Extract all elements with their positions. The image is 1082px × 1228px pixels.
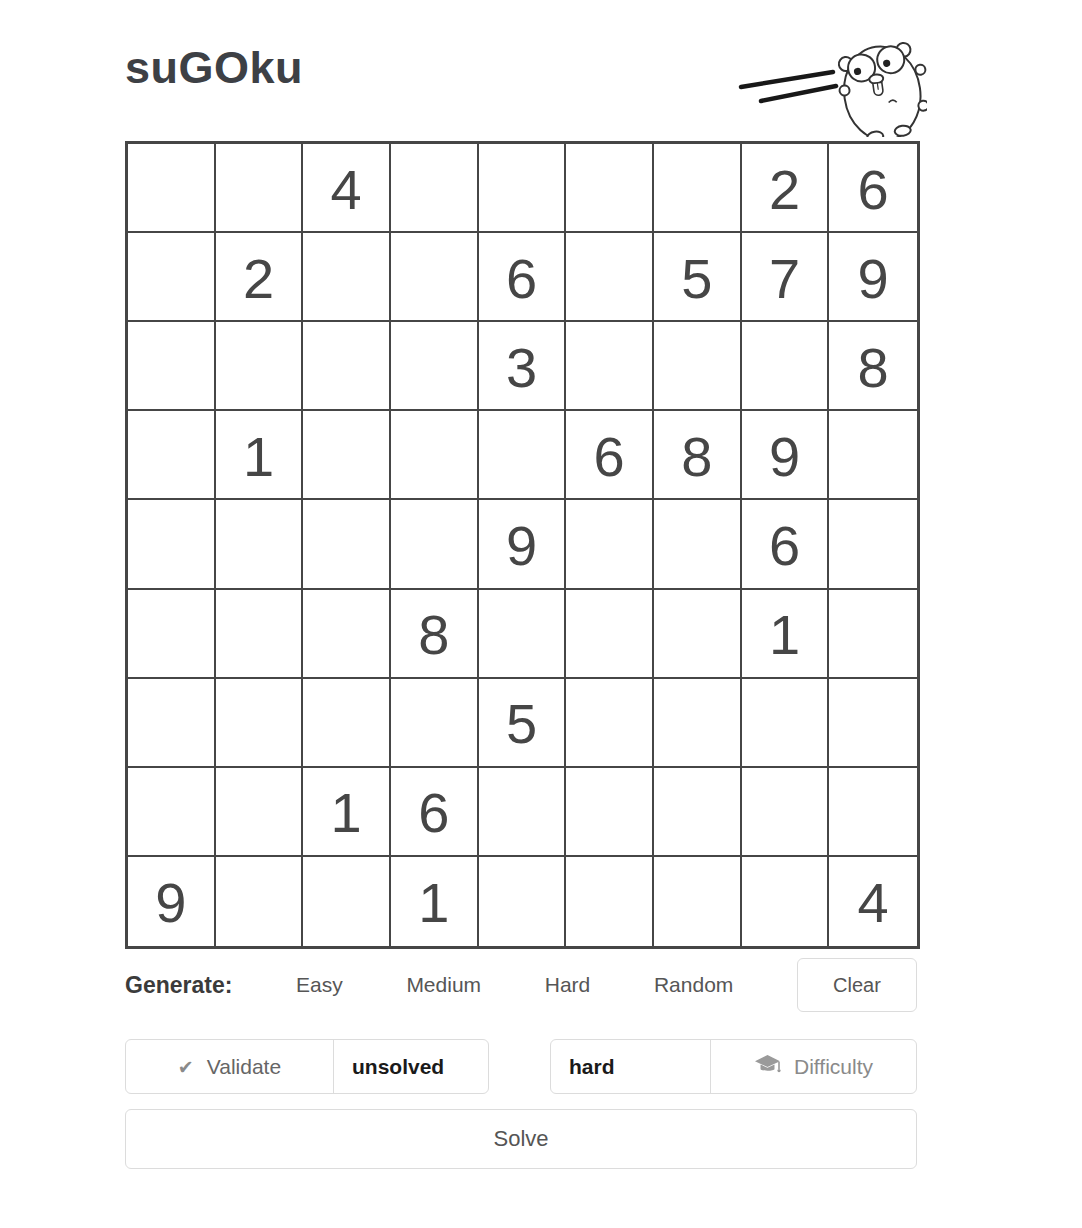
cell-r1c9[interactable]: 6 — [829, 144, 917, 233]
cell-r4c5[interactable] — [479, 411, 567, 500]
cell-r3c4[interactable] — [391, 322, 479, 411]
cell-r3c8[interactable] — [742, 322, 830, 411]
cell-r6c7[interactable] — [654, 590, 742, 679]
speed-lines-icon — [741, 72, 836, 101]
cell-r4c9[interactable] — [829, 411, 917, 500]
cell-r6c8[interactable]: 1 — [742, 590, 830, 679]
solve-status-value: unsolved — [333, 1040, 488, 1093]
cell-r2c3[interactable] — [303, 233, 391, 322]
cell-r3c9[interactable]: 8 — [829, 322, 917, 411]
validate-group: ✔ Validate unsolved — [125, 1039, 489, 1094]
validate-button[interactable]: ✔ Validate — [126, 1040, 333, 1093]
cell-r5c4[interactable] — [391, 500, 479, 589]
cell-r1c3[interactable]: 4 — [303, 144, 391, 233]
controls-row: ✔ Validate unsolved hard Difficulty — [125, 1039, 917, 1094]
cell-r3c7[interactable] — [654, 322, 742, 411]
cell-r1c6[interactable] — [566, 144, 654, 233]
generate-random-link[interactable]: Random — [654, 973, 733, 997]
cell-r8c3[interactable]: 1 — [303, 768, 391, 857]
cell-r2c1[interactable] — [128, 233, 216, 322]
cell-r8c6[interactable] — [566, 768, 654, 857]
cell-r5c9[interactable] — [829, 500, 917, 589]
generate-label: Generate: — [125, 972, 232, 999]
cell-r7c3[interactable] — [303, 679, 391, 768]
difficulty-button[interactable]: Difficulty — [710, 1040, 916, 1093]
cell-r8c5[interactable] — [479, 768, 567, 857]
solve-button[interactable]: Solve — [125, 1109, 917, 1169]
cell-r6c4[interactable]: 8 — [391, 590, 479, 679]
cell-r1c2[interactable] — [216, 144, 304, 233]
cell-r3c5[interactable]: 3 — [479, 322, 567, 411]
cell-r9c7[interactable] — [654, 857, 742, 946]
difficulty-label: Difficulty — [794, 1055, 873, 1079]
cell-r6c6[interactable] — [566, 590, 654, 679]
cell-r6c9[interactable] — [829, 590, 917, 679]
cell-r1c4[interactable] — [391, 144, 479, 233]
cell-r3c1[interactable] — [128, 322, 216, 411]
cell-r9c9[interactable]: 4 — [829, 857, 917, 946]
cell-r1c5[interactable] — [479, 144, 567, 233]
cell-r2c4[interactable] — [391, 233, 479, 322]
cell-r7c2[interactable] — [216, 679, 304, 768]
cell-r4c6[interactable]: 6 — [566, 411, 654, 500]
cell-r5c5[interactable]: 9 — [479, 500, 567, 589]
cell-r3c2[interactable] — [216, 322, 304, 411]
cell-r4c8[interactable]: 9 — [742, 411, 830, 500]
cell-r4c4[interactable] — [391, 411, 479, 500]
cell-r7c5[interactable]: 5 — [479, 679, 567, 768]
cell-r7c4[interactable] — [391, 679, 479, 768]
go-gopher-graphic — [737, 25, 927, 137]
cell-r1c1[interactable] — [128, 144, 216, 233]
cell-r9c1[interactable]: 9 — [128, 857, 216, 946]
validate-label: Validate — [207, 1055, 281, 1079]
cell-r4c1[interactable] — [128, 411, 216, 500]
cell-r8c2[interactable] — [216, 768, 304, 857]
cell-r7c1[interactable] — [128, 679, 216, 768]
cell-r8c4[interactable]: 6 — [391, 768, 479, 857]
cell-r8c8[interactable] — [742, 768, 830, 857]
cell-r8c9[interactable] — [829, 768, 917, 857]
cell-r9c8[interactable] — [742, 857, 830, 946]
cell-r4c3[interactable] — [303, 411, 391, 500]
sudoku-board: 426265793816899681516914 — [125, 141, 920, 949]
cell-r9c2[interactable] — [216, 857, 304, 946]
cell-r5c7[interactable] — [654, 500, 742, 589]
generate-medium-link[interactable]: Medium — [406, 973, 481, 997]
cell-r2c9[interactable]: 9 — [829, 233, 917, 322]
graduation-cap-icon — [754, 1054, 781, 1080]
cell-r6c2[interactable] — [216, 590, 304, 679]
cell-r2c8[interactable]: 7 — [742, 233, 830, 322]
cell-r4c2[interactable]: 1 — [216, 411, 304, 500]
cell-r9c3[interactable] — [303, 857, 391, 946]
cell-r2c5[interactable]: 6 — [479, 233, 567, 322]
cell-r7c6[interactable] — [566, 679, 654, 768]
cell-r6c1[interactable] — [128, 590, 216, 679]
difficulty-group: hard Difficulty — [550, 1039, 917, 1094]
generate-toolbar: Generate: Easy Medium Hard Random Clear — [125, 958, 917, 1012]
generate-hard-link[interactable]: Hard — [545, 973, 591, 997]
cell-r4c7[interactable]: 8 — [654, 411, 742, 500]
cell-r9c5[interactable] — [479, 857, 567, 946]
page: suGOku — [125, 0, 917, 1169]
cell-r3c6[interactable] — [566, 322, 654, 411]
clear-button[interactable]: Clear — [797, 958, 917, 1012]
cell-r1c8[interactable]: 2 — [742, 144, 830, 233]
cell-r7c9[interactable] — [829, 679, 917, 768]
difficulty-value: hard — [551, 1040, 710, 1093]
cell-r8c1[interactable] — [128, 768, 216, 857]
cell-r8c7[interactable] — [654, 768, 742, 857]
cell-r5c3[interactable] — [303, 500, 391, 589]
cell-r6c3[interactable] — [303, 590, 391, 679]
cell-r5c2[interactable] — [216, 500, 304, 589]
cell-r3c3[interactable] — [303, 322, 391, 411]
cell-r7c8[interactable] — [742, 679, 830, 768]
cell-r7c7[interactable] — [654, 679, 742, 768]
cell-r2c6[interactable] — [566, 233, 654, 322]
cell-r5c6[interactable] — [566, 500, 654, 589]
cell-r2c2[interactable]: 2 — [216, 233, 304, 322]
check-icon: ✔ — [178, 1056, 194, 1078]
cell-r5c1[interactable] — [128, 500, 216, 589]
go-gopher-icon — [737, 25, 927, 137]
cell-r1c7[interactable] — [654, 144, 742, 233]
cell-r6c5[interactable] — [479, 590, 567, 679]
cell-r9c4[interactable]: 1 — [391, 857, 479, 946]
generate-easy-link[interactable]: Easy — [296, 973, 343, 997]
cell-r9c6[interactable] — [566, 857, 654, 946]
cell-r2c7[interactable]: 5 — [654, 233, 742, 322]
cell-r5c8[interactable]: 6 — [742, 500, 830, 589]
